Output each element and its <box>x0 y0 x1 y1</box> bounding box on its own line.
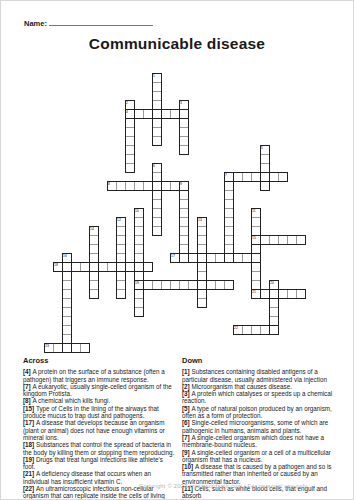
clue-text: Substances that control the spread of ba… <box>23 441 174 455</box>
grid-cell[interactable] <box>143 262 153 272</box>
clue-text: A protein which catalyses or speeds up a… <box>182 390 332 404</box>
grid-cell[interactable] <box>134 307 144 317</box>
clue-number: [21] <box>23 470 36 477</box>
clue-text: Type of Cells in the lining of the airwa… <box>23 405 159 419</box>
watermark: Copyright © 2023 crosswordspin.com | For… <box>139 483 309 489</box>
clue-text: Single-celled microorganisms, some of wh… <box>182 419 328 433</box>
grid-cell[interactable] <box>296 289 306 299</box>
down-clues: Down [1] Substances containing disabled … <box>182 357 345 500</box>
grid-cell[interactable] <box>224 280 234 290</box>
name-label: Name: <box>24 19 47 28</box>
clue-text: A single-celled organism which does not … <box>182 434 324 448</box>
clue-item: [7] A single-celled organism which does … <box>182 434 345 449</box>
name-row: Name: <box>24 18 153 28</box>
clue-text: A eukaryotic, usually single-celled orga… <box>23 383 172 397</box>
grid-cell[interactable] <box>89 289 99 299</box>
clue-text: A deficiency disease that occurs when an… <box>23 470 151 484</box>
grid-cell[interactable] <box>260 181 270 191</box>
clue-text: A disease that develops because an organ… <box>23 419 165 441</box>
across-clue-list: [4] A protein on the surface of a substa… <box>23 368 175 500</box>
grid-cell[interactable] <box>152 136 162 146</box>
clue-item: [18] Substances that control the spread … <box>23 441 175 456</box>
clue-text: A chemical which kills fungi. <box>32 397 110 404</box>
clue-item: [6] Single-celled microorganisms, some o… <box>182 419 345 434</box>
clue-item: [8] A chemical which kills fungi. <box>23 397 175 404</box>
clue-item: [17] A disease that develops because an … <box>23 419 175 441</box>
grid-cell[interactable] <box>179 145 189 155</box>
grid-cell[interactable] <box>296 235 306 245</box>
clue-item: [9] A single-celled organism or a cell o… <box>182 449 345 464</box>
clue-text: Microorganism that causes disease. <box>191 383 291 390</box>
clue-item: [2] Microorganism that causes disease. <box>182 383 345 390</box>
clue-number: [15] <box>23 405 36 412</box>
clue-number: [17] <box>23 419 36 426</box>
clue-text: Substances containing disabled antigens … <box>182 368 327 382</box>
grid-cell[interactable] <box>278 172 288 182</box>
clue-number: [10] <box>182 463 195 470</box>
grid-cell[interactable] <box>269 325 279 335</box>
grid-cell[interactable] <box>197 298 207 308</box>
grid-cell[interactable] <box>116 289 126 299</box>
clue-text: A disease that is caused by a pathogen a… <box>182 463 331 485</box>
clue-text: A single-celled organism or a cell of a … <box>182 449 331 463</box>
clue-item: [3] A protein which catalyses or speeds … <box>182 390 345 405</box>
clue-item: [15] Type of Cells in the lining of the … <box>23 405 175 420</box>
worksheet-page: Name: Communicable disease 1234567891011… <box>0 0 354 500</box>
clue-number: [22] <box>23 485 36 492</box>
grid-cell[interactable] <box>152 226 162 236</box>
grid-cell[interactable] <box>125 163 135 173</box>
crossword-grid: 1234567891011121314151617181920212223 <box>44 73 307 354</box>
clue-item: [5] A type of natural poison produced by… <box>182 405 345 420</box>
clue-number: [19] <box>23 456 36 463</box>
name-blank-line[interactable] <box>49 18 153 26</box>
clue-text: A protein on the surface of a substance … <box>23 368 165 382</box>
across-heading: Across <box>23 357 175 364</box>
clue-item: [4] A protein on the surface of a substa… <box>23 368 175 383</box>
grid-cell[interactable] <box>80 343 90 353</box>
clue-text: A type of natural poison produced by an … <box>182 405 332 419</box>
down-clue-list: [1] Substances containing disabled antig… <box>182 368 345 499</box>
clue-text: Drugs that treat fungal infections like … <box>23 456 163 470</box>
clue-item: [19] Drugs that treat fungal infections … <box>23 456 175 471</box>
clue-item: [10] A disease that is caused by a patho… <box>182 463 345 485</box>
clue-number: [18] <box>23 441 36 448</box>
clue-item: [7] A eukaryotic, usually single-celled … <box>23 383 175 398</box>
across-clues: Across [4] A protein on the surface of a… <box>23 357 175 500</box>
page-title: Communicable disease <box>1 35 353 53</box>
clue-item: [1] Substances containing disabled antig… <box>182 368 345 383</box>
down-heading: Down <box>182 357 345 364</box>
